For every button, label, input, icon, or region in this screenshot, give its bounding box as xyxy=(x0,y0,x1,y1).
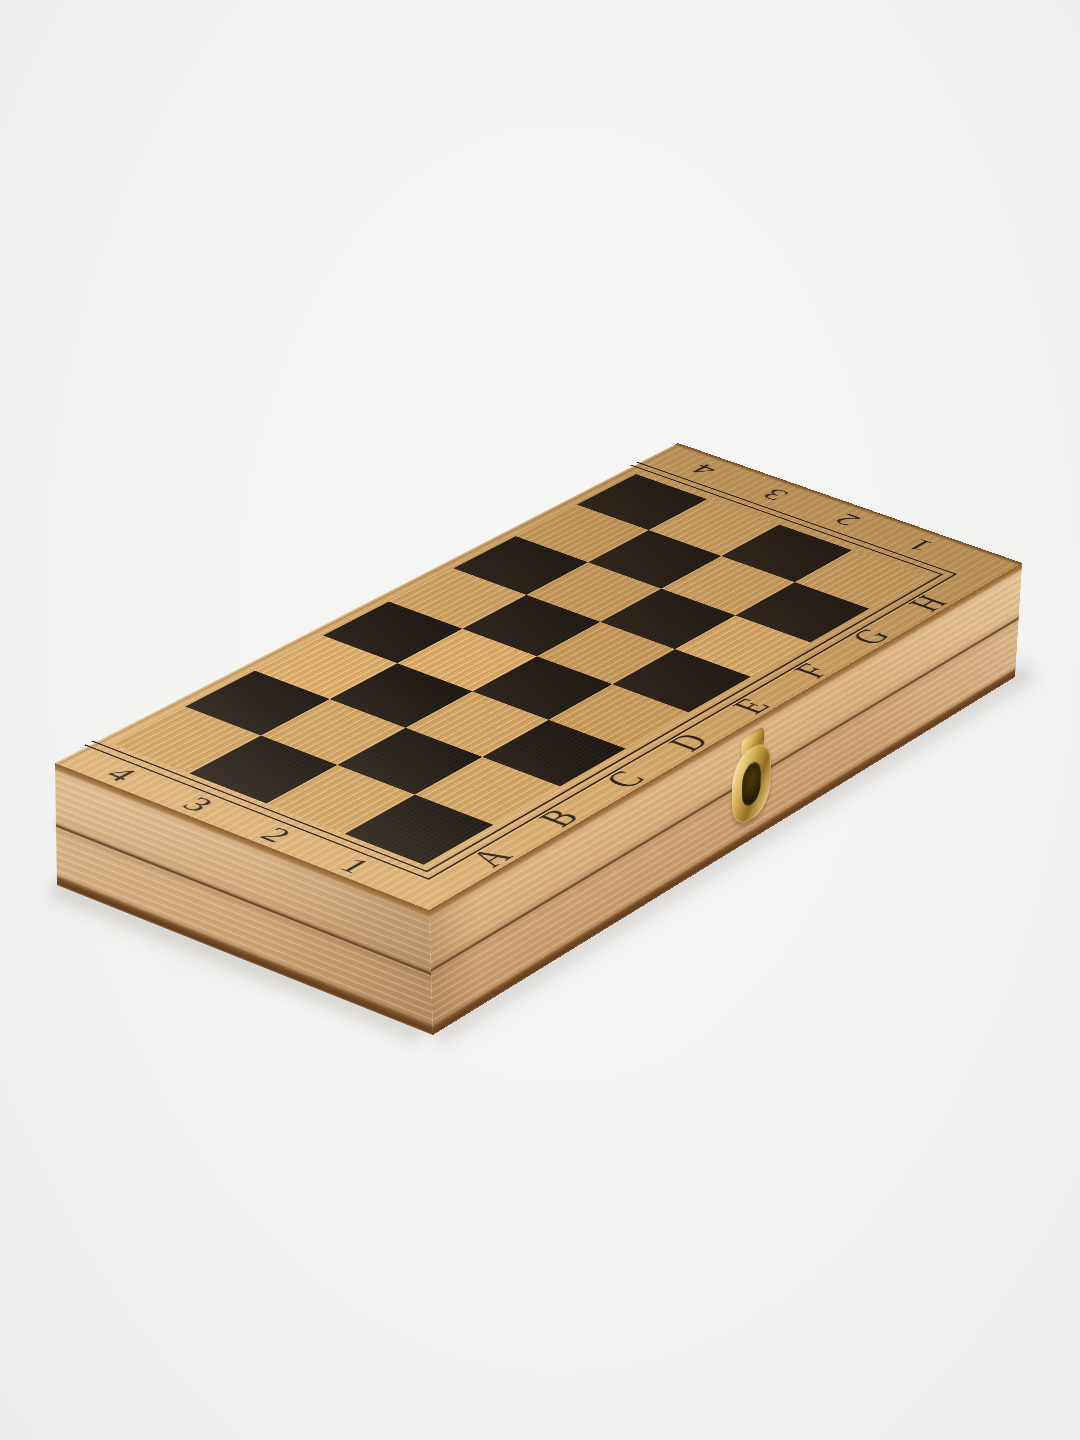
clasp-ring-opening xyxy=(742,757,761,810)
product-photo-stage: ABCDEFGH43214321 xyxy=(0,0,1080,1440)
clasp-ring xyxy=(732,736,772,831)
